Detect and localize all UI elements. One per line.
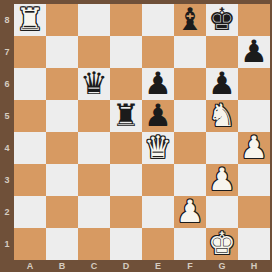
rank-label-1: 1	[0, 228, 14, 260]
black-queen-c6[interactable]: ♛	[78, 68, 110, 100]
square-c7[interactable]	[78, 36, 110, 68]
square-g8[interactable]: ♚	[206, 4, 238, 36]
square-b6[interactable]	[46, 68, 78, 100]
square-a6[interactable]	[14, 68, 46, 100]
square-b7[interactable]	[46, 36, 78, 68]
file-label-f: F	[174, 260, 206, 272]
square-f2[interactable]: ♟	[174, 196, 206, 228]
square-g5[interactable]: ♞	[206, 100, 238, 132]
square-e6[interactable]: ♟	[142, 68, 174, 100]
square-b3[interactable]	[46, 164, 78, 196]
square-c2[interactable]	[78, 196, 110, 228]
rank-label-5: 5	[0, 100, 14, 132]
square-d6[interactable]	[110, 68, 142, 100]
white-king-g1[interactable]: ♚	[206, 228, 238, 260]
square-c5[interactable]	[78, 100, 110, 132]
file-label-a: A	[14, 260, 46, 272]
square-h1[interactable]	[238, 228, 270, 260]
white-pawn-f2[interactable]: ♟	[174, 196, 206, 228]
black-rook-d5[interactable]: ♜	[110, 100, 142, 132]
rank-label-6: 6	[0, 68, 14, 100]
square-f7[interactable]	[174, 36, 206, 68]
square-f8[interactable]: ♝	[174, 4, 206, 36]
square-f4[interactable]	[174, 132, 206, 164]
square-b8[interactable]	[46, 4, 78, 36]
square-a7[interactable]	[14, 36, 46, 68]
square-e4[interactable]: ♛	[142, 132, 174, 164]
square-d5[interactable]: ♜	[110, 100, 142, 132]
square-a8[interactable]: ♜	[14, 4, 46, 36]
square-b5[interactable]	[46, 100, 78, 132]
black-king-g8[interactable]: ♚	[206, 4, 238, 36]
square-d7[interactable]	[110, 36, 142, 68]
file-label-g: G	[206, 260, 238, 272]
square-d8[interactable]	[110, 4, 142, 36]
square-c6[interactable]: ♛	[78, 68, 110, 100]
black-bishop-f8[interactable]: ♝	[174, 4, 206, 36]
square-e8[interactable]	[142, 4, 174, 36]
square-e7[interactable]	[142, 36, 174, 68]
black-pawn-e5[interactable]: ♟	[142, 100, 174, 132]
square-e1[interactable]	[142, 228, 174, 260]
square-b1[interactable]	[46, 228, 78, 260]
square-c4[interactable]	[78, 132, 110, 164]
square-d2[interactable]	[110, 196, 142, 228]
square-e5[interactable]: ♟	[142, 100, 174, 132]
rank-labels: 87654321	[0, 4, 14, 260]
square-d3[interactable]	[110, 164, 142, 196]
rank-label-4: 4	[0, 132, 14, 164]
file-label-h: H	[238, 260, 270, 272]
rank-label-7: 7	[0, 36, 14, 68]
rank-label-2: 2	[0, 196, 14, 228]
square-c1[interactable]	[78, 228, 110, 260]
white-pawn-g3[interactable]: ♟	[206, 164, 238, 196]
square-h5[interactable]	[238, 100, 270, 132]
square-h4[interactable]: ♟	[238, 132, 270, 164]
square-g2[interactable]	[206, 196, 238, 228]
square-e2[interactable]	[142, 196, 174, 228]
square-h3[interactable]	[238, 164, 270, 196]
white-rook-a8[interactable]: ♜	[14, 4, 46, 36]
square-c3[interactable]	[78, 164, 110, 196]
square-a3[interactable]	[14, 164, 46, 196]
rank-label-8: 8	[0, 4, 14, 36]
square-a2[interactable]	[14, 196, 46, 228]
black-pawn-g6[interactable]: ♟	[206, 68, 238, 100]
square-h2[interactable]	[238, 196, 270, 228]
white-pawn-h4[interactable]: ♟	[238, 132, 270, 164]
square-b4[interactable]	[46, 132, 78, 164]
file-label-c: C	[78, 260, 110, 272]
square-a4[interactable]	[14, 132, 46, 164]
file-label-d: D	[110, 260, 142, 272]
square-c8[interactable]	[78, 4, 110, 36]
square-f1[interactable]	[174, 228, 206, 260]
square-a1[interactable]	[14, 228, 46, 260]
square-g6[interactable]: ♟	[206, 68, 238, 100]
file-labels: ABCDEFGH	[14, 260, 270, 272]
black-pawn-e6[interactable]: ♟	[142, 68, 174, 100]
square-g4[interactable]	[206, 132, 238, 164]
square-b2[interactable]	[46, 196, 78, 228]
square-f6[interactable]	[174, 68, 206, 100]
file-label-b: B	[46, 260, 78, 272]
square-g7[interactable]	[206, 36, 238, 68]
square-g3[interactable]: ♟	[206, 164, 238, 196]
square-f3[interactable]	[174, 164, 206, 196]
square-d1[interactable]	[110, 228, 142, 260]
board-frame: 87654321 ♜♝♚♟♛♟♟♜♟♞♛♟♟♟♚ ABCDEFGH	[0, 0, 272, 272]
rank-label-3: 3	[0, 164, 14, 196]
file-label-e: E	[142, 260, 174, 272]
white-knight-g5[interactable]: ♞	[206, 100, 238, 132]
black-pawn-h7[interactable]: ♟	[238, 36, 270, 68]
chess-board: ♜♝♚♟♛♟♟♜♟♞♛♟♟♟♚	[14, 4, 270, 260]
square-g1[interactable]: ♚	[206, 228, 238, 260]
square-h7[interactable]: ♟	[238, 36, 270, 68]
square-f5[interactable]	[174, 100, 206, 132]
square-h6[interactable]	[238, 68, 270, 100]
square-d4[interactable]	[110, 132, 142, 164]
square-h8[interactable]	[238, 4, 270, 36]
white-queen-e4[interactable]: ♛	[142, 132, 174, 164]
square-e3[interactable]	[142, 164, 174, 196]
square-a5[interactable]	[14, 100, 46, 132]
